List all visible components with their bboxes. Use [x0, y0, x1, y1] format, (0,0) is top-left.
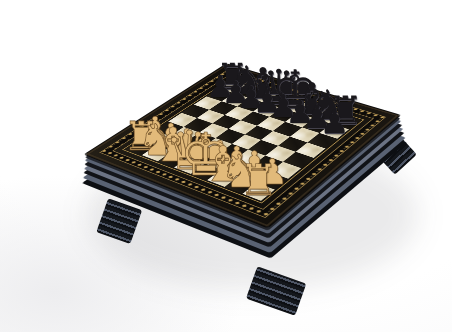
piece-white-rook-h1[interactable]: ♜ — [239, 158, 278, 201]
piece-black-pawn-h7[interactable]: ♟ — [320, 106, 349, 139]
chess-set-photo: ♜♞♝♛♚♝♞♜♟♟♟♟♟♟♟♟♟♟♟♟♟♟♟♟♜♞♝♛♚♝♞♜ — [0, 0, 452, 332]
west-foot — [96, 198, 142, 244]
south-foot — [246, 266, 306, 315]
